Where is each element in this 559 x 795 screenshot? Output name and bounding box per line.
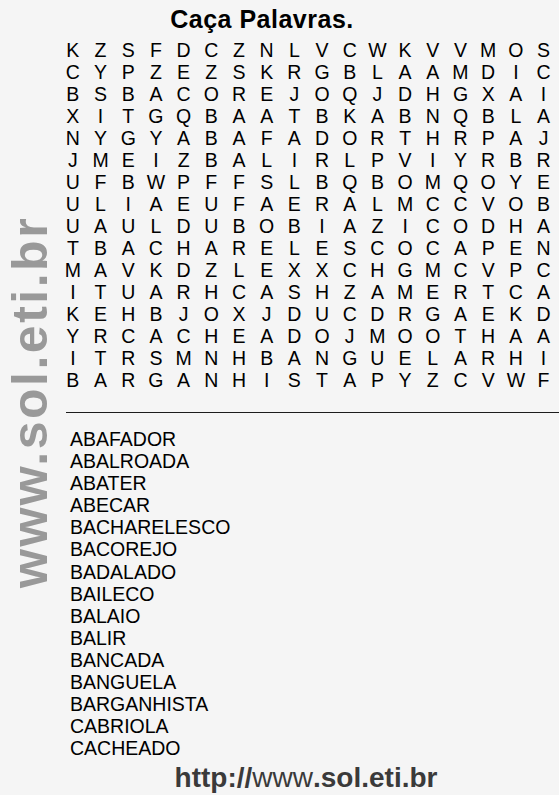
grid-cell[interactable]: B	[530, 194, 558, 216]
grid-cell[interactable]: B	[114, 172, 142, 194]
word-list-item: ABALROADA	[70, 450, 230, 472]
word-list-item: BADALADO	[70, 561, 230, 583]
grid-cell[interactable]: F	[530, 370, 558, 392]
grid-cell[interactable]: I	[308, 216, 336, 238]
grid-cell[interactable]: G	[391, 260, 419, 282]
grid-cell[interactable]: W	[502, 370, 530, 392]
grid-cell[interactable]: H	[474, 326, 502, 348]
watermark-url: www.sol.eti.br	[7, 216, 55, 588]
grid-cell[interactable]: L	[364, 194, 392, 216]
grid-cell[interactable]: O	[336, 128, 364, 150]
grid-cell[interactable]: A	[447, 238, 475, 260]
grid-cell[interactable]: C	[336, 40, 364, 62]
grid-cell[interactable]: D	[391, 84, 419, 106]
grid-cell[interactable]: E	[253, 260, 281, 282]
grid-cell[interactable]: C	[530, 260, 558, 282]
grid-cell[interactable]: F	[225, 194, 253, 216]
grid-cell[interactable]: N	[59, 128, 87, 150]
grid-cell[interactable]: F	[225, 172, 253, 194]
grid-cell[interactable]: Z	[142, 62, 170, 84]
grid-cell[interactable]: H	[419, 128, 447, 150]
grid-cell[interactable]: V	[474, 370, 502, 392]
grid-cell[interactable]: I	[114, 194, 142, 216]
grid-cell[interactable]: B	[474, 106, 502, 128]
grid-cell[interactable]: U	[364, 348, 392, 370]
grid-cell[interactable]: D	[474, 216, 502, 238]
word-search-grid: KZSFDCZNLVCWKVVMOSCYPZEZSKRGBLAAMDICBSBA…	[59, 40, 557, 392]
grid-cell[interactable]: M	[364, 326, 392, 348]
grid-cell[interactable]: V	[114, 260, 142, 282]
grid-cell[interactable]: S	[253, 172, 281, 194]
grid-cell[interactable]: R	[530, 150, 558, 172]
grid-cell[interactable]: E	[87, 304, 115, 326]
grid-cell[interactable]: I	[502, 62, 530, 84]
grid-cell[interactable]: C	[419, 216, 447, 238]
grid-cell[interactable]: S	[530, 40, 558, 62]
grid-cell[interactable]: Y	[391, 370, 419, 392]
grid-cell[interactable]: I	[281, 150, 309, 172]
grid-cell[interactable]: E	[391, 348, 419, 370]
grid-cell[interactable]: R	[308, 194, 336, 216]
grid-cell[interactable]: S	[225, 62, 253, 84]
grid-cell[interactable]: N	[197, 370, 225, 392]
grid-cell[interactable]: W	[364, 40, 392, 62]
grid-cell[interactable]: A	[447, 304, 475, 326]
grid-cell[interactable]: R	[447, 128, 475, 150]
grid-cell[interactable]: B	[197, 128, 225, 150]
grid-cell[interactable]: R	[308, 150, 336, 172]
grid-cell[interactable]: D	[530, 304, 558, 326]
grid-cell[interactable]: K	[502, 304, 530, 326]
grid-cell[interactable]: B	[281, 216, 309, 238]
grid-cell[interactable]: C	[447, 370, 475, 392]
grid-cell[interactable]: G	[447, 84, 475, 106]
grid-cell[interactable]: A	[225, 128, 253, 150]
grid-cell[interactable]: V	[474, 194, 502, 216]
grid-cell[interactable]: E	[308, 238, 336, 260]
grid-cell[interactable]: Y	[59, 326, 87, 348]
grid-cell[interactable]: K	[253, 62, 281, 84]
grid-cell[interactable]: A	[142, 326, 170, 348]
grid-cell[interactable]: T	[474, 282, 502, 304]
grid-cell[interactable]: O	[391, 326, 419, 348]
grid-cell[interactable]: U	[59, 216, 87, 238]
grid-cell[interactable]: C	[447, 194, 475, 216]
grid-cell[interactable]: U	[197, 216, 225, 238]
grid-cell[interactable]: E	[170, 62, 198, 84]
grid-cell[interactable]: B	[336, 62, 364, 84]
grid-cell[interactable]: C	[170, 326, 198, 348]
grid-cell[interactable]: H	[114, 304, 142, 326]
grid-cell[interactable]: B	[253, 348, 281, 370]
grid-cell[interactable]: M	[391, 282, 419, 304]
grid-cell[interactable]: T	[87, 348, 115, 370]
grid-cell[interactable]: R	[281, 62, 309, 84]
grid-cell[interactable]: B	[87, 238, 115, 260]
word-list-item: CACHEADO	[70, 737, 230, 759]
grid-cell[interactable]: W	[142, 172, 170, 194]
grid-cell[interactable]: C	[447, 260, 475, 282]
grid-cell[interactable]: U	[308, 304, 336, 326]
grid-cell[interactable]: A	[170, 370, 198, 392]
grid-cell[interactable]: A	[281, 128, 309, 150]
grid-cell[interactable]: O	[391, 172, 419, 194]
grid-cell[interactable]: C	[419, 194, 447, 216]
grid-cell[interactable]: C	[530, 62, 558, 84]
grid-cell[interactable]: L	[281, 238, 309, 260]
word-list-item: BALAIO	[70, 605, 230, 627]
grid-cell[interactable]: Q	[336, 172, 364, 194]
grid-cell[interactable]: A	[142, 194, 170, 216]
grid-cell[interactable]: I	[59, 282, 87, 304]
grid-cell[interactable]: R	[474, 348, 502, 370]
grid-cell[interactable]: H	[170, 238, 198, 260]
grid-cell[interactable]: N	[253, 40, 281, 62]
grid-cell[interactable]: A	[87, 260, 115, 282]
grid-cell[interactable]: S	[281, 282, 309, 304]
grid-cell[interactable]: C	[336, 260, 364, 282]
grid-cell[interactable]: A	[530, 216, 558, 238]
grid-cell[interactable]: O	[447, 216, 475, 238]
grid-cell[interactable]: G	[336, 348, 364, 370]
grid-cell[interactable]: H	[419, 84, 447, 106]
grid-cell[interactable]: D	[281, 304, 309, 326]
grid-cell[interactable]: J	[364, 84, 392, 106]
grid-cell[interactable]: A	[225, 106, 253, 128]
grid-cell[interactable]: Q	[447, 106, 475, 128]
grid-cell[interactable]: T	[308, 370, 336, 392]
grid-cell[interactable]: Z	[336, 282, 364, 304]
grid-cell[interactable]: K	[59, 304, 87, 326]
grid-cell[interactable]: A	[530, 326, 558, 348]
grid-cell[interactable]: A	[364, 106, 392, 128]
grid-cell[interactable]: J	[59, 150, 87, 172]
grid-cell[interactable]: P	[114, 62, 142, 84]
grid-cell[interactable]: N	[530, 238, 558, 260]
grid-cell[interactable]: H	[308, 282, 336, 304]
word-list-item: BARGANHISTA	[70, 693, 230, 715]
grid-cell[interactable]: M	[59, 260, 87, 282]
grid-cell[interactable]: H	[364, 260, 392, 282]
grid-cell[interactable]: B	[225, 216, 253, 238]
grid-cell[interactable]: A	[502, 326, 530, 348]
grid-cell[interactable]: A	[253, 106, 281, 128]
grid-cell[interactable]: T	[59, 238, 87, 260]
grid-cell[interactable]: L	[225, 260, 253, 282]
grid-cell[interactable]: O	[197, 304, 225, 326]
grid-cell[interactable]: Z	[170, 150, 198, 172]
grid-cell[interactable]: R	[447, 282, 475, 304]
grid-cell[interactable]: A	[87, 370, 115, 392]
grid-cell[interactable]: A	[114, 238, 142, 260]
grid-cell[interactable]: O	[474, 172, 502, 194]
grid-cell[interactable]: B	[59, 84, 87, 106]
grid-cell[interactable]: O	[308, 326, 336, 348]
grid-cell[interactable]: L	[419, 348, 447, 370]
grid-cell[interactable]: O	[419, 326, 447, 348]
grid-cell[interactable]: O	[502, 40, 530, 62]
grid-cell[interactable]: A	[502, 128, 530, 150]
grid-cell[interactable]: G	[308, 62, 336, 84]
grid-cell[interactable]: A	[364, 282, 392, 304]
grid-cell[interactable]: B	[308, 106, 336, 128]
grid-cell[interactable]: E	[281, 194, 309, 216]
grid-cell[interactable]: A	[336, 370, 364, 392]
grid-cell[interactable]: A	[197, 238, 225, 260]
grid-cell[interactable]: Y	[142, 128, 170, 150]
grid-cell[interactable]: E	[530, 172, 558, 194]
grid-cell[interactable]: C	[336, 304, 364, 326]
grid-cell[interactable]: B	[197, 106, 225, 128]
grid-cell[interactable]: A	[225, 150, 253, 172]
grid-cell[interactable]: A	[447, 348, 475, 370]
grid-cell[interactable]: L	[281, 40, 309, 62]
grid-cell[interactable]: C	[502, 282, 530, 304]
grid-cell[interactable]: A	[170, 128, 198, 150]
grid-cell[interactable]: R	[87, 326, 115, 348]
grid-cell[interactable]: A	[419, 62, 447, 84]
grid-cell[interactable]: M	[419, 260, 447, 282]
grid-cell[interactable]: J	[530, 128, 558, 150]
grid-cell[interactable]: S	[142, 348, 170, 370]
grid-cell[interactable]: R	[225, 84, 253, 106]
grid-cell[interactable]: X	[225, 304, 253, 326]
grid-cell[interactable]: V	[308, 40, 336, 62]
grid-cell[interactable]: Z	[225, 40, 253, 62]
grid-cell[interactable]: Y	[447, 150, 475, 172]
grid-cell[interactable]: A	[391, 62, 419, 84]
grid-cell[interactable]: A	[142, 84, 170, 106]
grid-cell[interactable]: Y	[87, 128, 115, 150]
grid-cell[interactable]: O	[197, 84, 225, 106]
grid-cell[interactable]: S	[114, 40, 142, 62]
grid-cell[interactable]: E	[225, 326, 253, 348]
footer-url-www: www	[252, 762, 313, 793]
grid-cell[interactable]: P	[474, 238, 502, 260]
grid-cell[interactable]: S	[281, 370, 309, 392]
grid-cell[interactable]: V	[391, 150, 419, 172]
grid-cell[interactable]: A	[281, 348, 309, 370]
grid-cell[interactable]: I	[142, 150, 170, 172]
grid-cell[interactable]: O	[253, 216, 281, 238]
grid-cell[interactable]: G	[142, 370, 170, 392]
word-list-item: ABAFADOR	[70, 428, 230, 450]
grid-cell[interactable]: Q	[336, 84, 364, 106]
grid-cell[interactable]: G	[114, 128, 142, 150]
grid-cell[interactable]: Y	[87, 62, 115, 84]
grid-cell[interactable]: E	[253, 84, 281, 106]
grid-cell[interactable]: E	[253, 238, 281, 260]
grid-cell[interactable]: L	[336, 150, 364, 172]
grid-cell[interactable]: E	[502, 238, 530, 260]
grid-cell[interactable]: T	[281, 106, 309, 128]
grid-cell[interactable]: N	[197, 348, 225, 370]
grid-cell[interactable]: O	[391, 238, 419, 260]
grid-cell[interactable]: J	[281, 84, 309, 106]
grid-cell[interactable]: H	[197, 326, 225, 348]
grid-cell[interactable]: X	[281, 260, 309, 282]
grid-cell[interactable]: B	[308, 172, 336, 194]
grid-cell[interactable]: Z	[364, 216, 392, 238]
grid-cell[interactable]: A	[530, 106, 558, 128]
grid-cell[interactable]: Z	[197, 260, 225, 282]
grid-cell[interactable]: U	[114, 216, 142, 238]
grid-cell[interactable]: F	[142, 40, 170, 62]
grid-cell[interactable]: Y	[502, 172, 530, 194]
grid-cell[interactable]: I	[530, 84, 558, 106]
grid-cell[interactable]: L	[87, 194, 115, 216]
grid-cell[interactable]: D	[170, 260, 198, 282]
grid-cell[interactable]: U	[59, 194, 87, 216]
grid-cell[interactable]: J	[336, 326, 364, 348]
grid-cell[interactable]: R	[114, 370, 142, 392]
grid-cell[interactable]: V	[419, 40, 447, 62]
grid-cell[interactable]: D	[281, 326, 309, 348]
grid-cell[interactable]: G	[419, 304, 447, 326]
grid-cell[interactable]: C	[170, 84, 198, 106]
grid-cell[interactable]: K	[59, 40, 87, 62]
grid-cell[interactable]: I	[419, 150, 447, 172]
grid-cell[interactable]: B	[502, 150, 530, 172]
grid-cell[interactable]: Q	[447, 172, 475, 194]
grid-cell[interactable]: B	[114, 84, 142, 106]
grid-cell[interactable]: T	[114, 106, 142, 128]
grid-cell[interactable]: H	[225, 370, 253, 392]
grid-cell[interactable]: M	[391, 194, 419, 216]
grid-cell[interactable]: X	[474, 84, 502, 106]
grid-cell[interactable]: O	[308, 84, 336, 106]
grid-cell[interactable]: K	[391, 40, 419, 62]
grid-cell[interactable]: B	[142, 304, 170, 326]
grid-cell[interactable]: P	[170, 172, 198, 194]
grid-cell[interactable]: C	[419, 238, 447, 260]
grid-cell[interactable]: I	[87, 106, 115, 128]
grid-cell[interactable]: R	[391, 304, 419, 326]
grid-cell[interactable]: Z	[87, 40, 115, 62]
grid-cell[interactable]: B	[391, 106, 419, 128]
grid-cell[interactable]: L	[364, 62, 392, 84]
grid-cell[interactable]: I	[530, 348, 558, 370]
grid-cell[interactable]: L	[502, 106, 530, 128]
grid-cell[interactable]: S	[336, 238, 364, 260]
grid-cell[interactable]: X	[59, 106, 87, 128]
grid-cell[interactable]: M	[170, 348, 198, 370]
grid-cell[interactable]: F	[87, 172, 115, 194]
grid-cell[interactable]: M	[419, 172, 447, 194]
grid-cell[interactable]: C	[142, 238, 170, 260]
grid-cell[interactable]: U	[114, 282, 142, 304]
grid-cell[interactable]: M	[447, 62, 475, 84]
grid-cell[interactable]: A	[253, 282, 281, 304]
grid-cell[interactable]: A	[336, 194, 364, 216]
grid-cell[interactable]: A	[502, 84, 530, 106]
grid-cell[interactable]: M	[474, 40, 502, 62]
grid-cell[interactable]: D	[170, 216, 198, 238]
grid-cell[interactable]: J	[170, 304, 198, 326]
grid-cell[interactable]: R	[474, 150, 502, 172]
grid-cell[interactable]: C	[225, 282, 253, 304]
grid-cell[interactable]: R	[114, 348, 142, 370]
grid-cell[interactable]: K	[336, 106, 364, 128]
grid-cell[interactable]: K	[142, 260, 170, 282]
grid-cell[interactable]: P	[364, 150, 392, 172]
grid-cell[interactable]: X	[308, 260, 336, 282]
grid-cell[interactable]: E	[170, 194, 198, 216]
grid-cell[interactable]: U	[59, 172, 87, 194]
grid-cell[interactable]: R	[364, 128, 392, 150]
grid-cell[interactable]: D	[474, 62, 502, 84]
grid-cell[interactable]: A	[336, 216, 364, 238]
grid-cell[interactable]: E	[474, 304, 502, 326]
grid-cell[interactable]: I	[391, 216, 419, 238]
grid-cell[interactable]: Z	[197, 62, 225, 84]
grid-cell[interactable]: P	[502, 260, 530, 282]
grid-cell[interactable]: H	[502, 216, 530, 238]
grid-cell[interactable]: R	[170, 282, 198, 304]
grid-cell[interactable]: F	[197, 172, 225, 194]
grid-cell[interactable]: B	[364, 172, 392, 194]
grid-cell[interactable]: I	[59, 348, 87, 370]
grid-cell[interactable]: T	[447, 326, 475, 348]
grid-cell[interactable]: J	[253, 304, 281, 326]
grid-cell[interactable]: C	[114, 326, 142, 348]
grid-cell[interactable]: L	[142, 216, 170, 238]
grid-cell[interactable]: A	[530, 282, 558, 304]
grid-cell[interactable]: M	[87, 150, 115, 172]
page-title: Caça Palavras.	[0, 5, 524, 34]
grid-cell[interactable]: I	[253, 370, 281, 392]
grid-cell[interactable]: Z	[419, 370, 447, 392]
grid-cell[interactable]: D	[364, 304, 392, 326]
grid-cell[interactable]: T	[87, 282, 115, 304]
grid-cell[interactable]: E	[419, 282, 447, 304]
grid-cell[interactable]: C	[59, 62, 87, 84]
grid-cell[interactable]: B	[59, 370, 87, 392]
grid-cell[interactable]: O	[502, 194, 530, 216]
grid-cell[interactable]: L	[253, 150, 281, 172]
grid-cell[interactable]: U	[197, 194, 225, 216]
grid-cell[interactable]: H	[197, 282, 225, 304]
grid-cell[interactable]: F	[253, 128, 281, 150]
grid-cell[interactable]: N	[419, 106, 447, 128]
grid-cell[interactable]: H	[225, 348, 253, 370]
grid-cell[interactable]: D	[170, 40, 198, 62]
grid-cell[interactable]: G	[142, 106, 170, 128]
grid-cell[interactable]: A	[253, 194, 281, 216]
grid-cell[interactable]: A	[142, 282, 170, 304]
grid-cell[interactable]: P	[474, 128, 502, 150]
grid-cell[interactable]: B	[197, 150, 225, 172]
grid-cell[interactable]: V	[474, 260, 502, 282]
grid-cell[interactable]: A	[87, 216, 115, 238]
grid-cell[interactable]: V	[447, 40, 475, 62]
grid-cell[interactable]: N	[308, 348, 336, 370]
grid-cell[interactable]: S	[87, 84, 115, 106]
footer-url[interactable]: http://www.sol.eti.br	[56, 764, 556, 792]
grid-cell[interactable]: P	[364, 370, 392, 392]
grid-cell[interactable]: C	[197, 40, 225, 62]
grid-cell[interactable]: A	[253, 326, 281, 348]
grid-cell[interactable]: E	[114, 150, 142, 172]
grid-cell[interactable]: C	[364, 238, 392, 260]
grid-cell[interactable]: Q	[170, 106, 198, 128]
grid-cell[interactable]: L	[281, 172, 309, 194]
grid-cell[interactable]: T	[391, 128, 419, 150]
word-list-item: BACOREJO	[70, 538, 230, 560]
grid-cell[interactable]: H	[502, 348, 530, 370]
grid-cell[interactable]: R	[225, 238, 253, 260]
grid-cell[interactable]: D	[308, 128, 336, 150]
